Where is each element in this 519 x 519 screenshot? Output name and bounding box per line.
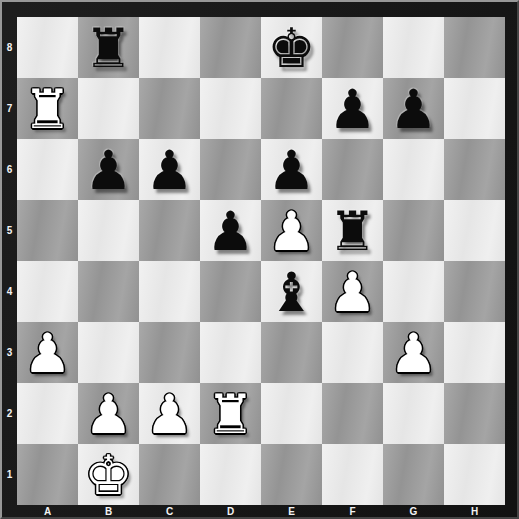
- square-g2[interactable]: [383, 383, 444, 444]
- square-b7[interactable]: [78, 78, 139, 139]
- white-pawn: ♟: [328, 266, 376, 320]
- rank-label-3: 3: [2, 322, 17, 383]
- rank-label-5: 5: [2, 200, 17, 261]
- square-d1[interactable]: [200, 444, 261, 505]
- square-a1[interactable]: [17, 444, 78, 505]
- square-h2[interactable]: [444, 383, 505, 444]
- square-g4[interactable]: [383, 261, 444, 322]
- file-labels: A B C D E F G H: [17, 505, 505, 517]
- square-g3[interactable]: ♟: [383, 322, 444, 383]
- chessboard-frame: 8 7 6 5 4 3 2 1 ♜♚♜♟♟♟♟♟♟♟♜♝♟♟♟♟♟♜♚ A B …: [0, 0, 519, 519]
- square-f1[interactable]: [322, 444, 383, 505]
- black-pawn: ♟: [206, 205, 254, 259]
- square-h3[interactable]: [444, 322, 505, 383]
- file-label-c: C: [139, 505, 200, 517]
- white-pawn: ♟: [84, 388, 132, 442]
- black-pawn: ♟: [267, 144, 315, 198]
- square-c5[interactable]: [139, 200, 200, 261]
- square-a5[interactable]: [17, 200, 78, 261]
- square-d3[interactable]: [200, 322, 261, 383]
- white-pawn: ♟: [145, 388, 193, 442]
- black-king: ♚: [267, 22, 315, 76]
- white-pawn: ♟: [267, 205, 315, 259]
- square-g7[interactable]: ♟: [383, 78, 444, 139]
- square-b5[interactable]: [78, 200, 139, 261]
- square-f5[interactable]: ♜: [322, 200, 383, 261]
- square-h5[interactable]: [444, 200, 505, 261]
- file-label-f: F: [322, 505, 383, 517]
- rank-label-2: 2: [2, 383, 17, 444]
- black-pawn: ♟: [145, 144, 193, 198]
- rank-label-8: 8: [2, 17, 17, 78]
- square-h7[interactable]: [444, 78, 505, 139]
- black-bishop: ♝: [267, 266, 315, 320]
- square-c6[interactable]: ♟: [139, 139, 200, 200]
- square-d4[interactable]: [200, 261, 261, 322]
- square-b3[interactable]: [78, 322, 139, 383]
- rank-label-1: 1: [2, 444, 17, 505]
- square-c8[interactable]: [139, 17, 200, 78]
- rank-label-7: 7: [2, 78, 17, 139]
- black-pawn: ♟: [328, 83, 376, 137]
- white-rook: ♜: [206, 388, 254, 442]
- square-b6[interactable]: ♟: [78, 139, 139, 200]
- square-g8[interactable]: [383, 17, 444, 78]
- square-e8[interactable]: ♚: [261, 17, 322, 78]
- square-e3[interactable]: [261, 322, 322, 383]
- square-d8[interactable]: [200, 17, 261, 78]
- square-e2[interactable]: [261, 383, 322, 444]
- square-f4[interactable]: ♟: [322, 261, 383, 322]
- black-rook: ♜: [84, 22, 132, 76]
- square-a7[interactable]: ♜: [17, 78, 78, 139]
- white-pawn: ♟: [389, 327, 437, 381]
- square-f3[interactable]: [322, 322, 383, 383]
- square-a6[interactable]: [17, 139, 78, 200]
- rank-label-4: 4: [2, 261, 17, 322]
- square-c7[interactable]: [139, 78, 200, 139]
- square-e1[interactable]: [261, 444, 322, 505]
- square-g5[interactable]: [383, 200, 444, 261]
- square-f8[interactable]: [322, 17, 383, 78]
- file-label-h: H: [444, 505, 505, 517]
- square-b1[interactable]: ♚: [78, 444, 139, 505]
- black-rook: ♜: [328, 205, 376, 259]
- file-label-b: B: [78, 505, 139, 517]
- white-king: ♚: [84, 449, 132, 503]
- square-c4[interactable]: [139, 261, 200, 322]
- square-h8[interactable]: [444, 17, 505, 78]
- file-label-g: G: [383, 505, 444, 517]
- square-c2[interactable]: ♟: [139, 383, 200, 444]
- file-label-a: A: [17, 505, 78, 517]
- black-pawn: ♟: [389, 83, 437, 137]
- square-d5[interactable]: ♟: [200, 200, 261, 261]
- file-label-e: E: [261, 505, 322, 517]
- square-f6[interactable]: [322, 139, 383, 200]
- square-h4[interactable]: [444, 261, 505, 322]
- rank-labels: 8 7 6 5 4 3 2 1: [2, 17, 17, 505]
- square-e6[interactable]: ♟: [261, 139, 322, 200]
- square-h6[interactable]: [444, 139, 505, 200]
- square-b4[interactable]: [78, 261, 139, 322]
- square-e5[interactable]: ♟: [261, 200, 322, 261]
- white-rook: ♜: [23, 83, 71, 137]
- black-pawn: ♟: [84, 144, 132, 198]
- square-h1[interactable]: [444, 444, 505, 505]
- file-label-d: D: [200, 505, 261, 517]
- square-d6[interactable]: [200, 139, 261, 200]
- square-f2[interactable]: [322, 383, 383, 444]
- square-c3[interactable]: [139, 322, 200, 383]
- square-a8[interactable]: [17, 17, 78, 78]
- square-a3[interactable]: ♟: [17, 322, 78, 383]
- square-d7[interactable]: [200, 78, 261, 139]
- square-b2[interactable]: ♟: [78, 383, 139, 444]
- square-b8[interactable]: ♜: [78, 17, 139, 78]
- square-a2[interactable]: [17, 383, 78, 444]
- square-d2[interactable]: ♜: [200, 383, 261, 444]
- square-e7[interactable]: [261, 78, 322, 139]
- square-g1[interactable]: [383, 444, 444, 505]
- square-f7[interactable]: ♟: [322, 78, 383, 139]
- square-a4[interactable]: [17, 261, 78, 322]
- square-g6[interactable]: [383, 139, 444, 200]
- square-e4[interactable]: ♝: [261, 261, 322, 322]
- white-pawn: ♟: [23, 327, 71, 381]
- chess-board: ♜♚♜♟♟♟♟♟♟♟♜♝♟♟♟♟♟♜♚: [17, 17, 505, 505]
- square-c1[interactable]: [139, 444, 200, 505]
- rank-label-6: 6: [2, 139, 17, 200]
